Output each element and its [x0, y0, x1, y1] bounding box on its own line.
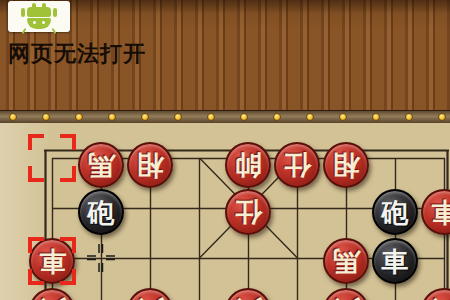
red-chariot-glyph: 車 — [431, 199, 450, 226]
selected-piece-bracket — [28, 237, 76, 285]
red-horse[interactable]: 馬 — [78, 142, 124, 188]
move-origin-bracket — [28, 134, 76, 182]
red-horse-glyph: 馬 — [333, 248, 360, 275]
red-elephant-glyph: 相 — [137, 152, 164, 179]
black-cannon-glyph: 砲 — [88, 199, 115, 226]
red-elephant[interactable]: 相 — [127, 142, 173, 188]
black-chariot-glyph: 車 — [382, 248, 409, 275]
black-cannon[interactable]: 砲 — [78, 189, 124, 235]
red-advisor[interactable]: 仕 — [225, 189, 271, 235]
android-robot-icon — [19, 3, 59, 30]
red-general-glyph: 帥 — [235, 152, 262, 179]
status-chip — [8, 1, 70, 32]
black-chariot[interactable]: 車 — [372, 238, 418, 284]
red-elephant-glyph: 相 — [333, 152, 360, 179]
red-horse-glyph: 馬 — [88, 152, 115, 179]
red-advisor-glyph: 仕 — [235, 199, 262, 226]
xiangqi-app-screen: 网页无法打开 馬相帥仕相砲仕砲車車馬車兵兵兵兵兵 — [0, 0, 450, 300]
red-advisor[interactable]: 仕 — [274, 142, 320, 188]
black-cannon[interactable]: 砲 — [372, 189, 418, 235]
red-elephant[interactable]: 相 — [323, 142, 369, 188]
red-horse[interactable]: 馬 — [323, 238, 369, 284]
error-message: 网页无法打开 — [8, 39, 146, 69]
black-cannon-glyph: 砲 — [382, 199, 409, 226]
red-general[interactable]: 帥 — [225, 142, 271, 188]
red-advisor-glyph: 仕 — [284, 152, 311, 179]
